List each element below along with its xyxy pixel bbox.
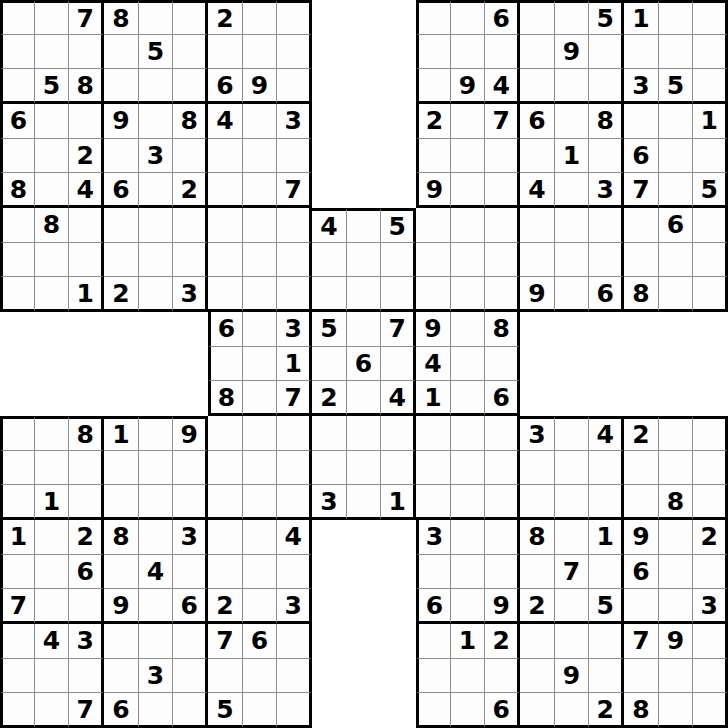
sudoku-cell[interactable] (277, 485, 312, 520)
sudoku-cell[interactable] (0, 243, 35, 278)
sudoku-cell[interactable] (139, 0, 174, 35)
sudoku-cell[interactable] (139, 173, 174, 208)
sudoku-cell[interactable]: 7 (624, 624, 659, 659)
sudoku-cell[interactable] (347, 416, 382, 451)
sudoku-cell[interactable] (659, 277, 694, 312)
sudoku-cell[interactable] (208, 520, 243, 555)
sudoku-cell[interactable] (243, 208, 278, 243)
sudoku-cell[interactable]: 1 (416, 381, 451, 416)
sudoku-cell[interactable] (451, 312, 486, 347)
sudoku-cell[interactable]: 8 (589, 104, 624, 139)
sudoku-cell[interactable] (693, 0, 728, 35)
sudoku-cell[interactable]: 8 (520, 520, 555, 555)
sudoku-cell[interactable]: 5 (589, 0, 624, 35)
sudoku-cell[interactable] (35, 277, 70, 312)
sudoku-cell[interactable] (173, 139, 208, 174)
sudoku-cell[interactable] (69, 485, 104, 520)
sudoku-cell[interactable]: 1 (589, 520, 624, 555)
sudoku-cell[interactable]: 3 (173, 520, 208, 555)
sudoku-cell[interactable]: 6 (416, 589, 451, 624)
sudoku-cell[interactable] (589, 139, 624, 174)
sudoku-cell[interactable]: 9 (555, 35, 590, 70)
sudoku-cell[interactable]: 6 (104, 693, 139, 728)
sudoku-cell[interactable]: 6 (69, 555, 104, 590)
sudoku-cell[interactable] (693, 416, 728, 451)
sudoku-cell[interactable]: 9 (104, 104, 139, 139)
sudoku-cell[interactable] (451, 208, 486, 243)
sudoku-cell[interactable] (277, 35, 312, 70)
sudoku-cell[interactable] (520, 451, 555, 486)
sudoku-cell[interactable]: 1 (0, 520, 35, 555)
sudoku-cell[interactable]: 6 (485, 0, 520, 35)
sudoku-cell[interactable]: 3 (139, 139, 174, 174)
sudoku-cell[interactable] (485, 347, 520, 382)
sudoku-cell[interactable] (416, 659, 451, 694)
sudoku-cell[interactable]: 3 (277, 589, 312, 624)
sudoku-cell[interactable]: 5 (693, 173, 728, 208)
sudoku-cell[interactable] (208, 555, 243, 590)
sudoku-cell[interactable] (624, 451, 659, 486)
sudoku-cell[interactable]: 8 (69, 69, 104, 104)
sudoku-cell[interactable]: 2 (312, 381, 347, 416)
sudoku-cell[interactable]: 8 (173, 104, 208, 139)
sudoku-cell[interactable]: 6 (104, 173, 139, 208)
sudoku-cell[interactable]: 3 (69, 624, 104, 659)
sudoku-cell[interactable] (173, 69, 208, 104)
sudoku-cell[interactable] (173, 451, 208, 486)
sudoku-cell[interactable]: 8 (104, 0, 139, 35)
sudoku-cell[interactable]: 8 (624, 277, 659, 312)
sudoku-cell[interactable] (555, 589, 590, 624)
sudoku-cell[interactable]: 7 (381, 312, 416, 347)
sudoku-cell[interactable] (659, 416, 694, 451)
sudoku-cell[interactable] (243, 277, 278, 312)
sudoku-cell[interactable] (347, 243, 382, 278)
sudoku-cell[interactable] (659, 451, 694, 486)
sudoku-cell[interactable] (104, 624, 139, 659)
sudoku-cell[interactable] (35, 693, 70, 728)
sudoku-cell[interactable] (243, 173, 278, 208)
sudoku-cell[interactable]: 6 (243, 624, 278, 659)
sudoku-cell[interactable]: 1 (451, 624, 486, 659)
sudoku-cell[interactable] (624, 104, 659, 139)
sudoku-cell[interactable] (485, 520, 520, 555)
sudoku-cell[interactable]: 5 (312, 312, 347, 347)
sudoku-cell[interactable] (659, 520, 694, 555)
sudoku-cell[interactable] (69, 451, 104, 486)
sudoku-cell[interactable] (520, 485, 555, 520)
sudoku-cell[interactable] (451, 243, 486, 278)
sudoku-cell[interactable] (485, 208, 520, 243)
sudoku-cell[interactable] (69, 659, 104, 694)
sudoku-cell[interactable] (416, 451, 451, 486)
sudoku-cell[interactable]: 6 (624, 139, 659, 174)
sudoku-cell[interactable]: 9 (104, 589, 139, 624)
sudoku-cell[interactable] (659, 173, 694, 208)
sudoku-cell[interactable] (347, 312, 382, 347)
sudoku-cell[interactable] (659, 589, 694, 624)
sudoku-cell[interactable] (208, 208, 243, 243)
sudoku-cell[interactable]: 6 (485, 693, 520, 728)
sudoku-cell[interactable] (173, 659, 208, 694)
sudoku-cell[interactable]: 4 (208, 104, 243, 139)
sudoku-cell[interactable] (693, 208, 728, 243)
sudoku-cell[interactable] (520, 693, 555, 728)
sudoku-cell[interactable]: 4 (416, 347, 451, 382)
sudoku-cell[interactable]: 8 (659, 485, 694, 520)
sudoku-cell[interactable] (243, 312, 278, 347)
sudoku-cell[interactable]: 7 (555, 555, 590, 590)
sudoku-cell[interactable]: 6 (659, 208, 694, 243)
sudoku-cell[interactable]: 6 (208, 312, 243, 347)
sudoku-cell[interactable] (277, 277, 312, 312)
sudoku-cell[interactable] (277, 69, 312, 104)
sudoku-cell[interactable] (69, 104, 104, 139)
sudoku-cell[interactable] (277, 243, 312, 278)
sudoku-cell[interactable] (312, 451, 347, 486)
sudoku-cell[interactable]: 6 (0, 104, 35, 139)
sudoku-cell[interactable] (451, 173, 486, 208)
sudoku-cell[interactable] (312, 416, 347, 451)
sudoku-cell[interactable] (243, 104, 278, 139)
sudoku-cell[interactable] (173, 485, 208, 520)
sudoku-cell[interactable]: 6 (485, 381, 520, 416)
sudoku-cell[interactable] (624, 589, 659, 624)
sudoku-cell[interactable] (451, 139, 486, 174)
sudoku-cell[interactable]: 1 (35, 485, 70, 520)
sudoku-cell[interactable] (347, 485, 382, 520)
sudoku-cell[interactable] (0, 277, 35, 312)
sudoku-cell[interactable] (243, 485, 278, 520)
sudoku-cell[interactable] (555, 104, 590, 139)
sudoku-cell[interactable] (104, 485, 139, 520)
sudoku-cell[interactable] (451, 555, 486, 590)
sudoku-cell[interactable] (35, 139, 70, 174)
sudoku-cell[interactable]: 2 (416, 104, 451, 139)
sudoku-cell[interactable] (555, 69, 590, 104)
sudoku-cell[interactable] (243, 243, 278, 278)
sudoku-cell[interactable]: 4 (589, 416, 624, 451)
sudoku-cell[interactable]: 6 (589, 277, 624, 312)
sudoku-cell[interactable] (416, 0, 451, 35)
sudoku-cell[interactable] (485, 173, 520, 208)
sudoku-cell[interactable] (243, 589, 278, 624)
sudoku-cell[interactable] (104, 659, 139, 694)
sudoku-cell[interactable]: 9 (451, 69, 486, 104)
sudoku-cell[interactable]: 4 (139, 555, 174, 590)
sudoku-cell[interactable]: 2 (624, 416, 659, 451)
sudoku-cell[interactable] (659, 555, 694, 590)
sudoku-cell[interactable] (243, 555, 278, 590)
sudoku-cell[interactable] (173, 243, 208, 278)
sudoku-cell[interactable] (451, 485, 486, 520)
sudoku-cell[interactable]: 9 (173, 416, 208, 451)
sudoku-cell[interactable] (208, 35, 243, 70)
sudoku-cell[interactable] (416, 243, 451, 278)
sudoku-cell[interactable] (139, 277, 174, 312)
sudoku-cell[interactable] (451, 589, 486, 624)
sudoku-cell[interactable] (693, 277, 728, 312)
sudoku-cell[interactable]: 5 (381, 208, 416, 243)
sudoku-cell[interactable] (589, 659, 624, 694)
sudoku-cell[interactable]: 3 (312, 485, 347, 520)
sudoku-cell[interactable] (139, 416, 174, 451)
sudoku-cell[interactable] (35, 555, 70, 590)
sudoku-cell[interactable]: 8 (624, 693, 659, 728)
sudoku-cell[interactable] (451, 693, 486, 728)
sudoku-cell[interactable] (693, 243, 728, 278)
sudoku-cell[interactable]: 4 (485, 69, 520, 104)
sudoku-cell[interactable] (451, 381, 486, 416)
sudoku-cell[interactable] (243, 451, 278, 486)
sudoku-cell[interactable] (0, 69, 35, 104)
sudoku-cell[interactable] (520, 624, 555, 659)
sudoku-cell[interactable] (0, 555, 35, 590)
sudoku-cell[interactable]: 3 (173, 277, 208, 312)
sudoku-cell[interactable] (555, 416, 590, 451)
sudoku-cell[interactable] (555, 173, 590, 208)
sudoku-cell[interactable] (139, 69, 174, 104)
sudoku-cell[interactable]: 2 (693, 520, 728, 555)
sudoku-cell[interactable] (139, 104, 174, 139)
sudoku-cell[interactable] (347, 277, 382, 312)
sudoku-cell[interactable] (277, 659, 312, 694)
sudoku-cell[interactable] (208, 173, 243, 208)
sudoku-cell[interactable] (520, 0, 555, 35)
sudoku-cell[interactable] (35, 243, 70, 278)
sudoku-cell[interactable] (520, 139, 555, 174)
sudoku-cell[interactable] (173, 555, 208, 590)
sudoku-cell[interactable]: 5 (35, 69, 70, 104)
sudoku-cell[interactable] (659, 35, 694, 70)
sudoku-cell[interactable]: 4 (381, 381, 416, 416)
sudoku-cell[interactable] (243, 0, 278, 35)
sudoku-cell[interactable] (243, 520, 278, 555)
sudoku-cell[interactable]: 3 (624, 69, 659, 104)
sudoku-cell[interactable] (485, 555, 520, 590)
sudoku-cell[interactable] (520, 208, 555, 243)
sudoku-cell[interactable]: 2 (104, 277, 139, 312)
sudoku-cell[interactable] (416, 208, 451, 243)
sudoku-cell[interactable]: 2 (173, 173, 208, 208)
sudoku-cell[interactable] (659, 104, 694, 139)
sudoku-cell[interactable]: 2 (69, 139, 104, 174)
sudoku-cell[interactable]: 8 (35, 208, 70, 243)
sudoku-cell[interactable]: 1 (277, 347, 312, 382)
sudoku-cell[interactable] (555, 243, 590, 278)
sudoku-cell[interactable]: 9 (659, 624, 694, 659)
sudoku-cell[interactable] (104, 139, 139, 174)
sudoku-cell[interactable] (485, 139, 520, 174)
sudoku-cell[interactable]: 5 (659, 69, 694, 104)
sudoku-cell[interactable] (208, 243, 243, 278)
sudoku-cell[interactable] (555, 485, 590, 520)
sudoku-cell[interactable] (693, 139, 728, 174)
sudoku-cell[interactable]: 3 (416, 520, 451, 555)
sudoku-cell[interactable] (0, 208, 35, 243)
sudoku-cell[interactable] (0, 485, 35, 520)
sudoku-cell[interactable] (485, 243, 520, 278)
sudoku-cell[interactable] (243, 693, 278, 728)
sudoku-cell[interactable] (35, 104, 70, 139)
sudoku-cell[interactable]: 1 (104, 416, 139, 451)
sudoku-cell[interactable]: 8 (0, 173, 35, 208)
sudoku-cell[interactable]: 8 (69, 416, 104, 451)
sudoku-cell[interactable] (451, 347, 486, 382)
sudoku-cell[interactable] (139, 693, 174, 728)
sudoku-cell[interactable] (589, 451, 624, 486)
sudoku-cell[interactable] (173, 35, 208, 70)
sudoku-cell[interactable] (589, 208, 624, 243)
sudoku-cell[interactable] (69, 208, 104, 243)
sudoku-cell[interactable]: 5 (589, 589, 624, 624)
sudoku-cell[interactable] (277, 451, 312, 486)
sudoku-cell[interactable] (243, 139, 278, 174)
sudoku-cell[interactable]: 2 (208, 589, 243, 624)
sudoku-cell[interactable]: 4 (277, 520, 312, 555)
sudoku-cell[interactable] (555, 624, 590, 659)
sudoku-cell[interactable] (589, 485, 624, 520)
sudoku-cell[interactable] (0, 139, 35, 174)
sudoku-cell[interactable]: 2 (208, 0, 243, 35)
sudoku-cell[interactable] (35, 0, 70, 35)
sudoku-cell[interactable] (139, 451, 174, 486)
sudoku-cell[interactable] (659, 693, 694, 728)
sudoku-cell[interactable] (0, 0, 35, 35)
sudoku-cell[interactable] (347, 381, 382, 416)
sudoku-cell[interactable] (555, 277, 590, 312)
sudoku-cell[interactable] (243, 381, 278, 416)
sudoku-cell[interactable] (208, 139, 243, 174)
sudoku-cell[interactable] (693, 485, 728, 520)
sudoku-cell[interactable]: 4 (69, 173, 104, 208)
sudoku-cell[interactable] (659, 659, 694, 694)
sudoku-cell[interactable] (589, 35, 624, 70)
sudoku-cell[interactable]: 3 (139, 659, 174, 694)
sudoku-cell[interactable]: 6 (208, 69, 243, 104)
sudoku-cell[interactable] (381, 416, 416, 451)
sudoku-cell[interactable] (693, 624, 728, 659)
sudoku-cell[interactable] (381, 347, 416, 382)
sudoku-cell[interactable]: 4 (520, 173, 555, 208)
sudoku-cell[interactable] (624, 485, 659, 520)
sudoku-cell[interactable] (659, 139, 694, 174)
sudoku-cell[interactable] (589, 69, 624, 104)
sudoku-cell[interactable] (520, 555, 555, 590)
sudoku-cell[interactable] (624, 208, 659, 243)
sudoku-cell[interactable] (104, 35, 139, 70)
sudoku-cell[interactable] (277, 416, 312, 451)
sudoku-cell[interactable] (693, 693, 728, 728)
sudoku-cell[interactable] (0, 451, 35, 486)
sudoku-cell[interactable] (312, 347, 347, 382)
sudoku-cell[interactable]: 1 (69, 277, 104, 312)
sudoku-cell[interactable]: 9 (416, 312, 451, 347)
sudoku-cell[interactable]: 7 (69, 0, 104, 35)
sudoku-cell[interactable] (451, 0, 486, 35)
sudoku-cell[interactable] (555, 0, 590, 35)
sudoku-cell[interactable]: 7 (485, 104, 520, 139)
sudoku-cell[interactable] (312, 277, 347, 312)
sudoku-cell[interactable] (104, 69, 139, 104)
sudoku-cell[interactable]: 5 (208, 693, 243, 728)
sudoku-cell[interactable] (520, 69, 555, 104)
sudoku-cell[interactable]: 9 (416, 173, 451, 208)
sudoku-cell[interactable] (208, 277, 243, 312)
sudoku-cell[interactable] (35, 416, 70, 451)
sudoku-cell[interactable] (35, 520, 70, 555)
sudoku-cell[interactable] (416, 624, 451, 659)
sudoku-cell[interactable] (485, 485, 520, 520)
sudoku-cell[interactable] (208, 659, 243, 694)
sudoku-cell[interactable]: 9 (555, 659, 590, 694)
sudoku-cell[interactable] (104, 555, 139, 590)
sudoku-cell[interactable]: 9 (520, 277, 555, 312)
sudoku-cell[interactable]: 1 (624, 0, 659, 35)
sudoku-cell[interactable] (347, 451, 382, 486)
sudoku-cell[interactable] (139, 589, 174, 624)
sudoku-cell[interactable] (208, 485, 243, 520)
sudoku-cell[interactable] (381, 451, 416, 486)
sudoku-cell[interactable]: 6 (520, 104, 555, 139)
sudoku-cell[interactable] (693, 555, 728, 590)
sudoku-cell[interactable]: 1 (555, 139, 590, 174)
sudoku-cell[interactable] (312, 243, 347, 278)
sudoku-cell[interactable] (173, 0, 208, 35)
sudoku-cell[interactable]: 8 (208, 381, 243, 416)
sudoku-cell[interactable] (659, 0, 694, 35)
sudoku-cell[interactable] (693, 659, 728, 694)
sudoku-cell[interactable] (277, 624, 312, 659)
sudoku-cell[interactable] (451, 277, 486, 312)
sudoku-cell[interactable]: 9 (243, 69, 278, 104)
sudoku-cell[interactable] (104, 243, 139, 278)
sudoku-cell[interactable] (693, 451, 728, 486)
sudoku-cell[interactable] (485, 659, 520, 694)
sudoku-cell[interactable] (381, 277, 416, 312)
sudoku-cell[interactable] (35, 35, 70, 70)
sudoku-cell[interactable] (277, 139, 312, 174)
sudoku-cell[interactable]: 8 (485, 312, 520, 347)
sudoku-cell[interactable] (35, 589, 70, 624)
sudoku-cell[interactable] (416, 555, 451, 590)
sudoku-cell[interactable] (0, 659, 35, 694)
sudoku-cell[interactable] (416, 277, 451, 312)
sudoku-cell[interactable] (277, 693, 312, 728)
sudoku-cell[interactable]: 4 (312, 208, 347, 243)
sudoku-cell[interactable] (693, 35, 728, 70)
sudoku-cell[interactable] (69, 35, 104, 70)
sudoku-cell[interactable] (104, 208, 139, 243)
sudoku-cell[interactable] (243, 659, 278, 694)
sudoku-cell[interactable] (347, 208, 382, 243)
sudoku-cell[interactable]: 7 (0, 589, 35, 624)
sudoku-cell[interactable]: 9 (485, 589, 520, 624)
sudoku-cell[interactable]: 1 (693, 104, 728, 139)
sudoku-cell[interactable] (624, 243, 659, 278)
sudoku-cell[interactable]: 6 (347, 347, 382, 382)
sudoku-cell[interactable]: 9 (624, 520, 659, 555)
sudoku-cell[interactable] (485, 451, 520, 486)
sudoku-cell[interactable]: 3 (277, 312, 312, 347)
sudoku-cell[interactable] (520, 243, 555, 278)
sudoku-cell[interactable] (104, 451, 139, 486)
sudoku-cell[interactable] (451, 451, 486, 486)
sudoku-cell[interactable] (520, 35, 555, 70)
sudoku-cell[interactable] (69, 589, 104, 624)
sudoku-cell[interactable] (0, 693, 35, 728)
sudoku-cell[interactable] (520, 659, 555, 694)
